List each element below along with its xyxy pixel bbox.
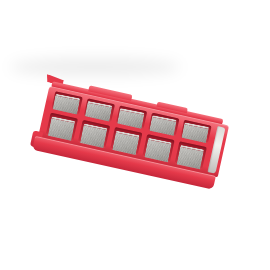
tray-cell-r1c4 xyxy=(175,141,207,170)
insert-case-tray xyxy=(35,77,231,191)
carbide-insert xyxy=(117,108,145,129)
tray-cell-r0c1 xyxy=(84,98,115,122)
case-end-strip xyxy=(208,126,226,174)
carbide-insert xyxy=(79,123,107,148)
tray-cell-r0c3 xyxy=(148,113,179,137)
tray-cell-r1c0 xyxy=(46,113,78,142)
carbide-insert xyxy=(149,115,177,136)
carbide-insert xyxy=(176,145,204,170)
tray-cell-r0c4 xyxy=(180,120,211,144)
carbide-insert xyxy=(47,116,75,141)
tray-drop-shadow xyxy=(10,58,180,76)
tray-cell-r1c1 xyxy=(78,120,110,149)
carbide-insert xyxy=(85,101,113,122)
carbide-insert xyxy=(112,130,140,155)
carbide-insert xyxy=(144,138,172,163)
carbide-insert xyxy=(182,122,210,143)
carbide-insert xyxy=(53,94,81,115)
tray-cell-r1c2 xyxy=(110,127,142,156)
product-photo xyxy=(0,0,270,270)
tray-cell-r0c0 xyxy=(52,91,83,115)
tray-cell-r1c3 xyxy=(142,134,174,163)
tray-cell-r0c2 xyxy=(116,105,147,129)
